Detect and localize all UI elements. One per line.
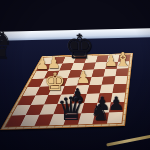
piece-black-queen-e1[interactable]: ♛ bbox=[57, 93, 86, 125]
piece-black-king-d8[interactable]: ♚ bbox=[64, 30, 94, 64]
captured-black-rook-icon: ♜ bbox=[0, 44, 10, 62]
photo-background: ♞ ♜ ♚♟♟♟♝♟♚♟♟♟♛♞ bbox=[0, 0, 150, 150]
piece-black-knight-g1[interactable]: ♞ bbox=[90, 102, 110, 124]
piece-white-bishop-h7[interactable]: ♝ bbox=[114, 50, 131, 69]
